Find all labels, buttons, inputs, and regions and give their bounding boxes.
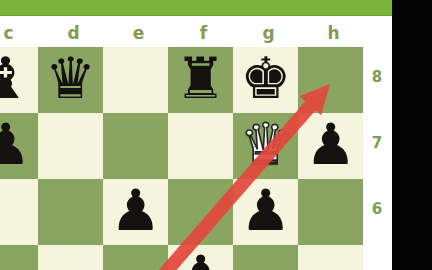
square-f7[interactable] [168, 113, 233, 179]
square-h7[interactable]: ♟ [298, 113, 363, 179]
file-label-c: c [3, 22, 13, 46]
square-h8[interactable] [298, 47, 363, 113]
chess-board: ♝♛♜♚♟♛♟♟♟♟ [0, 47, 363, 270]
square-h6[interactable] [298, 179, 363, 245]
square-h5[interactable] [298, 245, 363, 270]
square-c8[interactable]: ♝ [0, 47, 38, 113]
file-label-d: d [67, 22, 79, 46]
square-c6[interactable] [0, 179, 38, 245]
square-d7[interactable] [38, 113, 103, 179]
black-pawn-piece: ♟ [240, 182, 291, 239]
square-c7[interactable]: ♟ [0, 113, 38, 179]
file-labels-row: cdefgh [0, 15, 392, 47]
rank-label-7: 7 [372, 136, 382, 151]
square-g5[interactable] [233, 245, 298, 270]
square-g7[interactable]: ♛ [233, 113, 298, 179]
square-d5[interactable] [38, 245, 103, 270]
square-f8[interactable]: ♜ [168, 47, 233, 113]
square-c5[interactable] [0, 245, 38, 270]
rank-label-8: 8 [372, 70, 382, 85]
square-e5[interactable] [103, 245, 168, 270]
square-d6[interactable] [38, 179, 103, 245]
black-king-piece: ♚ [240, 50, 291, 107]
square-e6[interactable]: ♟ [103, 179, 168, 245]
square-e8[interactable] [103, 47, 168, 113]
black-bishop-piece: ♝ [0, 50, 31, 107]
black-rook-piece: ♜ [175, 50, 226, 107]
top-banner [0, 0, 392, 16]
black-pawn-piece: ♟ [0, 116, 31, 173]
square-d8[interactable]: ♛ [38, 47, 103, 113]
black-pawn-piece: ♟ [305, 116, 356, 173]
square-f5[interactable]: ♟ [168, 245, 233, 270]
black-queen-piece: ♛ [45, 50, 96, 107]
black-pawn-piece: ♟ [110, 182, 161, 239]
file-label-h: h [327, 22, 339, 46]
file-label-e: e [133, 22, 145, 46]
square-g8[interactable]: ♚ [233, 47, 298, 113]
rank-label-6: 6 [372, 202, 382, 217]
square-f6[interactable] [168, 179, 233, 245]
square-e7[interactable] [103, 113, 168, 179]
letterbox-bar [392, 0, 432, 270]
video-frame: cdefgh ♝♛♜♚♟♛♟♟♟♟ 876 [0, 0, 432, 270]
white-queen-piece: ♛ [240, 116, 291, 173]
black-pawn-piece: ♟ [175, 248, 226, 270]
file-label-g: g [262, 22, 274, 46]
square-g6[interactable]: ♟ [233, 179, 298, 245]
file-label-f: f [200, 22, 207, 46]
